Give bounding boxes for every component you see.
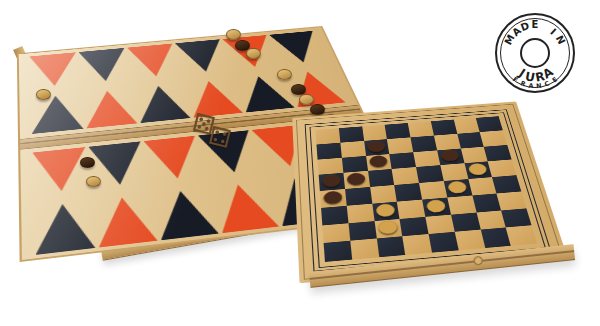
board-square — [350, 239, 379, 260]
board-square — [497, 191, 527, 210]
checker-piece-dark: ● — [439, 147, 461, 163]
checkers-case-latch-knob — [473, 256, 483, 266]
backgammon-checker-light — [36, 89, 51, 100]
board-square — [429, 232, 459, 253]
backgammon-point — [211, 182, 279, 233]
backgammon-point — [269, 31, 326, 65]
board-square — [321, 206, 348, 225]
backgammon-checker-dark — [310, 104, 325, 115]
made-in-jura-stamp: MADEINJURAFRANCE — [495, 13, 575, 93]
board-square — [506, 225, 537, 245]
backgammon-checker-dark — [80, 157, 95, 168]
backgammon-point — [127, 44, 180, 79]
backgammon-checker-light — [246, 48, 261, 59]
board-square — [376, 236, 405, 257]
board-square — [322, 223, 350, 243]
checker-piece-light: ● — [446, 178, 469, 195]
board-square — [501, 208, 531, 228]
backgammon-point — [31, 93, 84, 134]
board-square — [403, 234, 433, 255]
checker-piece-dark: ● — [345, 170, 367, 186]
stamp-text-bottom: N — [536, 83, 542, 90]
backgammon-point — [144, 136, 205, 182]
stamp-text-top: E — [532, 20, 539, 30]
backgammon-checker-light — [226, 29, 241, 40]
backgammon-point — [34, 201, 95, 255]
backgammon-checker-light — [299, 94, 314, 105]
backgammon-checker-light — [86, 176, 101, 187]
backgammon-point — [134, 84, 190, 123]
backgammon-point — [29, 52, 79, 88]
checker-piece-light: ● — [466, 160, 489, 176]
board-square — [425, 214, 454, 234]
checker-piece-light: ● — [376, 217, 399, 235]
backgammon-point — [175, 39, 229, 74]
stamp-text-bottom: A — [528, 83, 534, 90]
backgammon-checker-light — [277, 69, 292, 80]
product-photo-stage: ●●●●●●●●●●● MADEINJURAFRANCE ⚄⚃ — [0, 0, 600, 326]
backgammon-point — [153, 188, 219, 240]
board-square — [400, 216, 429, 236]
board-square: ● — [374, 219, 403, 239]
checker-piece-dark: ● — [368, 153, 390, 169]
checker-piece-light: ● — [424, 196, 448, 213]
board-square: ● — [422, 197, 451, 216]
stamp-core-circle — [520, 38, 550, 68]
backgammon-point — [83, 88, 138, 128]
board-square — [397, 199, 425, 218]
backgammon-point — [32, 147, 89, 194]
board-square — [348, 221, 376, 241]
board-square — [324, 241, 352, 262]
checkers-grid: ●●●●●●●●●●● — [315, 116, 537, 262]
checker-piece-dark: ● — [322, 188, 344, 205]
backgammon-point — [94, 194, 158, 247]
backgammon-point — [79, 48, 130, 83]
board-square — [346, 204, 374, 223]
